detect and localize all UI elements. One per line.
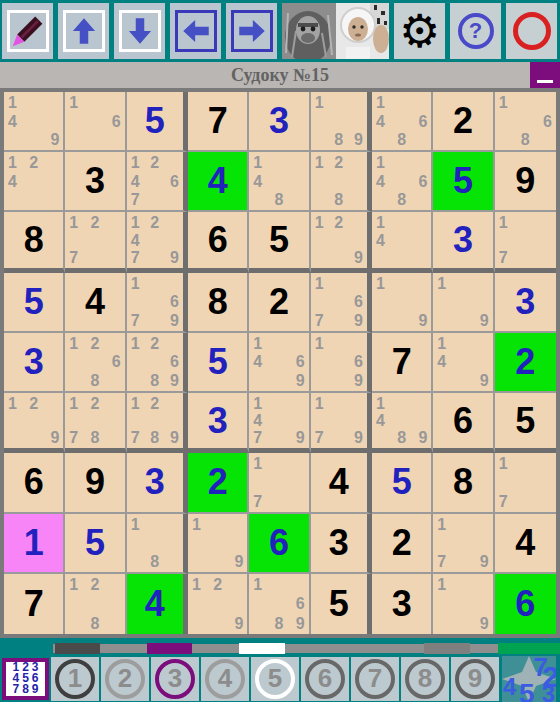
cell-value: 7	[188, 92, 247, 150]
pencil-mark: 9	[234, 615, 243, 632]
cell-r4c1[interactable]: 5	[4, 273, 65, 333]
pencil-mark: 1	[376, 94, 385, 111]
cell-r9c3[interactable]: 4	[127, 574, 188, 634]
pencil-marks: 128	[65, 574, 124, 634]
pencil-mark: 8	[150, 429, 159, 446]
cell-r1c6[interactable]: 189	[311, 92, 372, 152]
pencil-mark: 6	[170, 173, 179, 190]
cell-r7c9[interactable]: 17	[495, 453, 556, 513]
pencil-mark: 1	[315, 214, 324, 231]
cell-r5c5[interactable]: 1469	[249, 333, 310, 393]
cell-r1c9[interactable]: 168	[495, 92, 556, 152]
cell-value: 5	[433, 152, 492, 210]
cell-r8c3[interactable]: 18	[127, 514, 188, 574]
pencil-icon	[7, 10, 49, 52]
digit-ring: 4	[205, 659, 245, 699]
pencil-mark: 1	[131, 395, 140, 412]
cell-r9c5[interactable]: 1689	[249, 574, 310, 634]
pencil-mark: 1	[69, 395, 78, 412]
pencil-mark: 1	[376, 275, 385, 292]
pencil-marks: 19	[433, 273, 492, 331]
pencil-mark: 2	[213, 576, 222, 593]
digit-button-3[interactable]: 3	[151, 657, 199, 701]
cell-r1c4[interactable]: 7	[188, 92, 249, 152]
cell-r7c6[interactable]: 4	[311, 453, 372, 513]
pencil-mark: 6	[418, 173, 427, 190]
cell-value: 4	[65, 273, 124, 331]
pencil-mark: 2	[29, 154, 38, 171]
cell-r5c7[interactable]: 7	[372, 333, 433, 393]
cell-r6c9[interactable]: 5	[495, 393, 556, 453]
pencil-mark: 9	[296, 615, 305, 632]
cell-r5c9[interactable]: 2	[495, 333, 556, 393]
pencil-mark: 9	[418, 312, 427, 329]
pencil-mark: 7	[253, 493, 262, 510]
cell-value: 3	[127, 453, 183, 511]
auto-fill-digit: 4	[503, 675, 516, 699]
cell-r5c1[interactable]: 3	[4, 333, 65, 393]
cell-r3c7[interactable]: 14	[372, 212, 433, 272]
pencil-mark: 1	[499, 455, 508, 472]
cell-r3c9[interactable]: 17	[495, 212, 556, 272]
red-circle-icon	[513, 12, 551, 50]
cell-r7c5[interactable]: 17	[249, 453, 310, 513]
pencil-mark: 1	[69, 214, 78, 231]
pencil-marks: 17	[249, 453, 308, 511]
cell-r2c7[interactable]: 1468	[372, 152, 433, 212]
cell-value: 6	[249, 514, 308, 572]
pencil-marks: 12789	[127, 393, 183, 448]
cell-r3c5[interactable]: 5	[249, 212, 310, 272]
digit-button-4[interactable]: 4	[201, 657, 249, 701]
pencil-mark: 1	[69, 94, 78, 111]
digit-button-7[interactable]: 7	[351, 657, 399, 701]
arrow-up-button[interactable]	[58, 3, 109, 59]
cell-r8c7[interactable]: 2	[372, 514, 433, 574]
cell-value: 2	[372, 514, 431, 572]
cell-r1c7[interactable]: 1468	[372, 92, 433, 152]
arrow-right-icon	[231, 10, 273, 52]
pencil-marks: 14	[372, 212, 431, 267]
pencil-mark: 2	[150, 154, 159, 171]
pencil-mark: 4	[8, 173, 17, 190]
cell-r2c6[interactable]: 128	[311, 152, 372, 212]
pencil-marks: 128	[311, 152, 367, 210]
pencil-marks: 1268	[65, 333, 124, 391]
footer: 123456789 123456789 47253	[0, 655, 560, 702]
cell-r4c8[interactable]: 19	[433, 273, 494, 333]
pencil-mark: 1	[437, 576, 446, 593]
cell-r6c5[interactable]: 1479	[249, 393, 310, 453]
pencil-mark: 2	[91, 214, 100, 231]
cell-r5c8[interactable]: 149	[433, 333, 494, 393]
cell-r3c2[interactable]: 127	[65, 212, 126, 272]
pencil-mark: 7	[253, 429, 262, 446]
cell-value: 6	[4, 453, 63, 511]
indicator-bar-auto	[498, 643, 560, 654]
sudoku-grid: 1491657318914682168124312467414812814685…	[0, 88, 560, 638]
pencil-mark: 8	[397, 429, 406, 446]
cell-value: 6	[495, 574, 556, 634]
cell-r4c6[interactable]: 1679	[311, 273, 372, 333]
pencil-pad-button[interactable]: 123456789	[2, 658, 49, 700]
pencil-mark: 1	[253, 154, 262, 171]
cell-value: 4	[495, 514, 556, 572]
pencil-mark: 9	[296, 429, 305, 446]
pencil-mark: 1	[437, 516, 446, 533]
cell-r4c9[interactable]: 3	[495, 273, 556, 333]
help-icon: ?	[458, 13, 494, 49]
pencil-mark: 9	[480, 312, 489, 329]
pencil-marks: 127	[65, 212, 124, 267]
pencil-mark: 6	[354, 293, 363, 310]
pencil-marks: 1468	[372, 152, 431, 210]
cell-r6c2[interactable]: 1278	[65, 393, 126, 453]
cell-value: 3	[188, 393, 247, 448]
photo-gorilla-and-child	[282, 3, 389, 59]
pencil-mark: 8	[334, 131, 343, 148]
cell-r6c8[interactable]: 6	[433, 393, 494, 453]
cell-r6c6[interactable]: 179	[311, 393, 372, 453]
pencil-mark: 1	[437, 335, 446, 352]
pencil-mark: 8	[150, 553, 159, 570]
digit-button-8[interactable]: 8	[401, 657, 449, 701]
cell-r3c6[interactable]: 129	[311, 212, 372, 272]
pencil-mark: 9	[354, 312, 363, 329]
cell-r2c5[interactable]: 148	[249, 152, 310, 212]
pencil-mark: 4	[253, 173, 262, 190]
pencil-mark: 9	[480, 553, 489, 570]
pencil-mark: 1	[376, 214, 385, 231]
pencil-mark: 9	[296, 372, 305, 389]
pencil-mark: 1	[315, 395, 324, 412]
minimize-button[interactable]	[530, 62, 560, 88]
cell-r4c7[interactable]: 19	[372, 273, 433, 333]
cell-r9c7[interactable]: 3	[372, 574, 433, 634]
pencil-mark: 8	[275, 615, 284, 632]
pencil-mark: 7	[499, 493, 508, 510]
cell-r6c1[interactable]: 129	[4, 393, 65, 453]
pencil-marks: 1489	[372, 393, 431, 448]
pencil-mark: 6	[354, 353, 363, 370]
pencil-marks: 1468	[372, 92, 431, 150]
pencil-mark: 7	[131, 249, 140, 266]
pencil-marks: 129	[188, 574, 247, 634]
pencil-marks: 168	[495, 92, 556, 150]
pencil-mark: 1	[437, 275, 446, 292]
cell-r7c2[interactable]: 9	[65, 453, 126, 513]
pencil-mark: 1	[8, 94, 17, 111]
page-title: Судоку №15	[231, 65, 329, 86]
pencil-marks: 19	[433, 574, 492, 634]
cell-r7c7[interactable]: 5	[372, 453, 433, 513]
cell-r3c1[interactable]: 8	[4, 212, 65, 272]
cell-r5c3[interactable]: 12689	[127, 333, 188, 393]
cell-r1c1[interactable]: 149	[4, 92, 65, 152]
pencil-mark: 1	[253, 335, 262, 352]
cell-r2c4[interactable]: 4	[188, 152, 249, 212]
arrow-right-button[interactable]	[226, 3, 277, 59]
pencil-mark: 1	[69, 576, 78, 593]
cell-r6c4[interactable]: 3	[188, 393, 249, 453]
cell-value: 8	[188, 273, 247, 331]
cell-r3c3[interactable]: 12479	[127, 212, 188, 272]
cell-r4c4[interactable]: 8	[188, 273, 249, 333]
cell-r9c4[interactable]: 129	[188, 574, 249, 634]
pencil-marks: 19	[372, 273, 431, 331]
pencil-mark: 8	[275, 191, 284, 208]
cell-r3c4[interactable]: 6	[188, 212, 249, 272]
pencil-mark: 1	[131, 154, 140, 171]
cell-value: 7	[372, 333, 431, 391]
pencil-marks: 1679	[127, 273, 183, 331]
cell-value: 3	[65, 152, 124, 210]
digit-button-5[interactable]: 5	[251, 657, 299, 701]
cell-value: 9	[495, 152, 556, 210]
pencil-marks: 16	[65, 92, 124, 150]
cell-value: 5	[127, 92, 183, 150]
minimize-icon	[537, 80, 553, 83]
pencil-marks: 1469	[249, 333, 308, 391]
pencil-mark: 1	[253, 395, 262, 412]
cell-r2c2[interactable]: 3	[65, 152, 126, 212]
pencil-marks: 179	[433, 514, 492, 572]
indicator-bar-5	[239, 643, 285, 654]
digit-button-9[interactable]: 9	[451, 657, 499, 701]
pencil-mark: 2	[29, 395, 38, 412]
pencil-marks: 129	[4, 393, 63, 448]
cell-r7c3[interactable]: 3	[127, 453, 188, 513]
pencil-mark: 7	[131, 312, 140, 329]
gear-icon: ⚙	[399, 8, 440, 54]
cell-value: 5	[4, 273, 63, 331]
cell-value: 3	[495, 273, 556, 331]
pencil-button[interactable]	[2, 3, 53, 59]
cell-r8c9[interactable]: 4	[495, 514, 556, 574]
pencil-mark: 1	[253, 455, 262, 472]
cell-r8c8[interactable]: 179	[433, 514, 494, 574]
cell-r9c8[interactable]: 19	[433, 574, 494, 634]
cell-r5c4[interactable]: 5	[188, 333, 249, 393]
cell-value: 5	[311, 574, 367, 634]
pencil-mark: 6	[296, 353, 305, 370]
pencil-marks: 12467	[127, 152, 183, 210]
cell-r9c6[interactable]: 5	[311, 574, 372, 634]
cell-r3c8[interactable]: 3	[433, 212, 494, 272]
pencil-mark: 8	[91, 429, 100, 446]
cell-value: 2	[433, 92, 492, 150]
cell-r8c4[interactable]: 19	[188, 514, 249, 574]
pencil-mark: 4	[376, 173, 385, 190]
digit-ring: 9	[455, 659, 495, 699]
pencil-mark: 1	[8, 154, 17, 171]
cell-r4c3[interactable]: 1679	[127, 273, 188, 333]
digit-button-1[interactable]: 1	[51, 657, 99, 701]
cell-value: 4	[127, 574, 183, 634]
pencil-mark: 9	[418, 429, 427, 446]
help-button[interactable]: ?	[450, 3, 501, 59]
digit-ring: 2	[105, 659, 145, 699]
pencil-mark: 1	[315, 335, 324, 352]
pencil-mark: 1	[499, 214, 508, 231]
cell-value: 9	[65, 453, 124, 511]
pencil-marks: 1479	[249, 393, 308, 448]
pencil-marks: 18	[127, 514, 183, 572]
pencil-mark: 6	[543, 113, 552, 130]
digit-button-6[interactable]: 6	[301, 657, 349, 701]
indicator-bar-1	[55, 643, 100, 654]
pencil-marks: 17	[495, 453, 556, 511]
auto-fill-button[interactable]: 47253	[502, 656, 556, 702]
cell-r1c2[interactable]: 16	[65, 92, 126, 152]
cell-r8c5[interactable]: 6	[249, 514, 310, 574]
cell-value: 2	[188, 453, 247, 511]
cell-r9c1[interactable]: 7	[4, 574, 65, 634]
cell-r7c8[interactable]: 8	[433, 453, 494, 513]
cell-value: 4	[188, 152, 247, 210]
cell-r8c6[interactable]: 3	[311, 514, 372, 574]
pencil-mark: 6	[170, 353, 179, 370]
pencil-mark: 2	[150, 335, 159, 352]
cell-r2c9[interactable]: 9	[495, 152, 556, 212]
pencil-mark: 8	[397, 191, 406, 208]
pencil-mark: 2	[150, 395, 159, 412]
cell-value: 5	[372, 453, 431, 511]
cell-r1c3[interactable]: 5	[127, 92, 188, 152]
digit-ring: 6	[305, 659, 345, 699]
pencil-mark: 7	[69, 429, 78, 446]
pencil-mark: 1	[8, 395, 17, 412]
pencil-mark: 8	[334, 191, 343, 208]
digit-button-2[interactable]: 2	[101, 657, 149, 701]
pencil-mark: 8	[91, 615, 100, 632]
pencil-mark: 1	[192, 576, 201, 593]
pencil-mark: 9	[50, 429, 59, 446]
pencil-marks: 149	[4, 92, 63, 150]
pencil-mark: 9	[50, 131, 59, 148]
cell-r4c5[interactable]: 2	[249, 273, 310, 333]
cell-r9c2[interactable]: 128	[65, 574, 126, 634]
pencil-mark: 9	[170, 372, 179, 389]
pencil-marks: 1679	[311, 273, 367, 331]
pencil-mark: 1	[376, 154, 385, 171]
record-button[interactable]	[506, 3, 557, 59]
pencil-marks: 19	[188, 514, 247, 572]
pencil-mark: 1	[499, 94, 508, 111]
pencil-mark: 1	[376, 395, 385, 412]
cell-value: 1	[4, 514, 63, 572]
pencil-marks: 129	[311, 212, 367, 267]
cell-r9c9[interactable]: 6	[495, 574, 556, 634]
pencil-mark: 2	[334, 154, 343, 171]
pencil-mark: 9	[354, 372, 363, 389]
cell-r7c1[interactable]: 6	[4, 453, 65, 513]
cell-r2c3[interactable]: 12467	[127, 152, 188, 212]
pencil-mark: 6	[296, 595, 305, 612]
arrow-up-icon	[63, 10, 105, 52]
arrow-left-icon	[175, 10, 217, 52]
pencil-mark: 4	[253, 353, 262, 370]
cell-value: 6	[433, 393, 492, 448]
pencil-mark: 1	[131, 275, 140, 292]
cell-value: 2	[495, 333, 556, 391]
cell-r6c7[interactable]: 1489	[372, 393, 433, 453]
pencil-mark: 2	[334, 214, 343, 231]
pencil-mark: 6	[418, 113, 427, 130]
cell-r8c2[interactable]: 5	[65, 514, 126, 574]
indicator-bar-9	[424, 643, 470, 654]
pencil-marks: 179	[311, 393, 367, 448]
pencil-mark: 6	[170, 293, 179, 310]
cell-r7c4[interactable]: 2	[188, 453, 249, 513]
pencil-mark: 1	[192, 516, 201, 533]
pencil-mark: 7	[499, 249, 508, 266]
cell-r6c3[interactable]: 12789	[127, 393, 188, 453]
photo-button[interactable]	[282, 3, 389, 59]
auto-fill-digit: 5	[519, 680, 535, 702]
pencil-mark: 7	[131, 191, 140, 208]
pencil-mark: 1	[131, 214, 140, 231]
pencil-mark: 1	[253, 576, 262, 593]
cell-value: 6	[188, 212, 247, 267]
indicator-strip	[0, 638, 560, 655]
help-glyph: ?	[469, 18, 482, 44]
cell-r2c1[interactable]: 124	[4, 152, 65, 212]
digit-ring: 1	[55, 659, 95, 699]
pencil-mark: 4	[131, 232, 140, 249]
pencil-marks: 1278	[65, 393, 124, 448]
arrow-left-button[interactable]	[170, 3, 221, 59]
arrow-down-button[interactable]	[114, 3, 165, 59]
cell-r1c5[interactable]: 3	[249, 92, 310, 152]
cell-r2c8[interactable]: 5	[433, 152, 494, 212]
cell-value: 4	[311, 453, 367, 511]
cell-r5c2[interactable]: 1268	[65, 333, 126, 393]
digit-buttons: 123456789	[51, 657, 499, 701]
pencil-mark: 9	[234, 553, 243, 570]
pencil-mark: 7	[437, 553, 446, 570]
pencil-marks: 149	[433, 333, 492, 391]
pencil-mark: 4	[376, 113, 385, 130]
cell-r4c2[interactable]: 4	[65, 273, 126, 333]
indicator-bar-3	[147, 643, 192, 654]
cell-r1c8[interactable]: 2	[433, 92, 494, 152]
pencil-mark: 9	[354, 131, 363, 148]
cell-r5c6[interactable]: 169	[311, 333, 372, 393]
pencil-marks: 124	[4, 152, 63, 210]
cell-value: 5	[249, 212, 308, 267]
pencil-mark: 1	[131, 335, 140, 352]
pencil-marks: 12689	[127, 333, 183, 391]
cell-value: 3	[311, 514, 367, 572]
pencil-mark: 6	[112, 353, 121, 370]
pencil-marks: 12479	[127, 212, 183, 267]
pencil-mark: 9	[170, 429, 179, 446]
pencil-mark: 2	[91, 576, 100, 593]
pencil-mark: 9	[354, 249, 363, 266]
cell-value: 3	[433, 212, 492, 267]
digit-ring: 7	[355, 659, 395, 699]
pencil-mark: 9	[480, 615, 489, 632]
cell-value: 2	[249, 273, 308, 331]
cell-r8c1[interactable]: 1	[4, 514, 65, 574]
settings-button[interactable]: ⚙	[394, 3, 445, 59]
cell-value: 8	[433, 453, 492, 511]
pencil-mark: 1	[315, 154, 324, 171]
pencil-mark: 9	[480, 372, 489, 389]
pencil-mark: 4	[131, 173, 140, 190]
pencil-mark: 8	[397, 131, 406, 148]
